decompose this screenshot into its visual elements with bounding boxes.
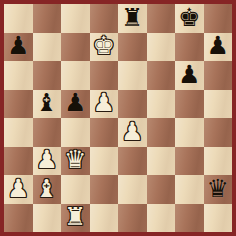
square-d8[interactable] (90, 4, 119, 33)
square-c6[interactable] (61, 61, 90, 90)
square-a2[interactable]: ♟ (4, 175, 33, 204)
square-g5[interactable] (175, 90, 204, 119)
square-a3[interactable] (4, 147, 33, 176)
square-b1[interactable] (33, 204, 62, 233)
black-pawn: ♟ (178, 62, 200, 87)
black-bishop: ♝ (36, 90, 58, 115)
square-d1[interactable] (90, 204, 119, 233)
black-queen: ♛ (207, 176, 229, 201)
square-c1[interactable]: ♜ (61, 204, 90, 233)
square-c3[interactable]: ♛ (61, 147, 90, 176)
square-d2[interactable] (90, 175, 119, 204)
white-king: ♚ (93, 33, 115, 58)
square-f3[interactable] (147, 147, 176, 176)
square-d3[interactable] (90, 147, 119, 176)
square-f4[interactable] (147, 118, 176, 147)
square-g8[interactable]: ♚ (175, 4, 204, 33)
square-g4[interactable] (175, 118, 204, 147)
square-h6[interactable] (204, 61, 233, 90)
white-pawn: ♟ (7, 176, 29, 201)
square-d5[interactable]: ♟ (90, 90, 119, 119)
square-f7[interactable] (147, 33, 176, 62)
square-a8[interactable] (4, 4, 33, 33)
square-g2[interactable] (175, 175, 204, 204)
square-a5[interactable] (4, 90, 33, 119)
black-pawn: ♟ (64, 90, 86, 115)
square-f5[interactable] (147, 90, 176, 119)
square-c4[interactable] (61, 118, 90, 147)
square-b8[interactable] (33, 4, 62, 33)
square-g7[interactable] (175, 33, 204, 62)
square-b3[interactable]: ♟ (33, 147, 62, 176)
square-g3[interactable] (175, 147, 204, 176)
square-b7[interactable] (33, 33, 62, 62)
square-b4[interactable] (33, 118, 62, 147)
square-g6[interactable]: ♟ (175, 61, 204, 90)
square-e4[interactable]: ♟ (118, 118, 147, 147)
black-pawn: ♟ (7, 33, 29, 58)
white-bishop: ♝ (36, 176, 58, 201)
square-d7[interactable]: ♚ (90, 33, 119, 62)
square-a7[interactable]: ♟ (4, 33, 33, 62)
white-pawn: ♟ (93, 90, 115, 115)
white-pawn: ♟ (121, 119, 143, 144)
square-h3[interactable] (204, 147, 233, 176)
square-g1[interactable] (175, 204, 204, 233)
square-b2[interactable]: ♝ (33, 175, 62, 204)
square-f8[interactable] (147, 4, 176, 33)
white-pawn: ♟ (36, 147, 58, 172)
black-pawn: ♟ (207, 33, 229, 58)
chessboard: ♜♚♟♚♟♟♝♟♟♟♟♛♟♝♛♜ (4, 4, 232, 232)
black-king: ♚ (178, 5, 200, 30)
square-e5[interactable] (118, 90, 147, 119)
square-c7[interactable] (61, 33, 90, 62)
black-rook: ♜ (121, 5, 143, 30)
square-e8[interactable]: ♜ (118, 4, 147, 33)
square-c5[interactable]: ♟ (61, 90, 90, 119)
square-e6[interactable] (118, 61, 147, 90)
square-f6[interactable] (147, 61, 176, 90)
square-h4[interactable] (204, 118, 233, 147)
square-a6[interactable] (4, 61, 33, 90)
board-frame: ♜♚♟♚♟♟♝♟♟♟♟♛♟♝♛♜ (0, 0, 236, 236)
square-d4[interactable] (90, 118, 119, 147)
square-e1[interactable] (118, 204, 147, 233)
square-a4[interactable] (4, 118, 33, 147)
square-h1[interactable] (204, 204, 233, 233)
white-queen: ♛ (64, 147, 86, 172)
square-c2[interactable] (61, 175, 90, 204)
square-c8[interactable] (61, 4, 90, 33)
square-b5[interactable]: ♝ (33, 90, 62, 119)
square-h5[interactable] (204, 90, 233, 119)
square-h8[interactable] (204, 4, 233, 33)
square-h2[interactable]: ♛ (204, 175, 233, 204)
square-e2[interactable] (118, 175, 147, 204)
square-e3[interactable] (118, 147, 147, 176)
square-h7[interactable]: ♟ (204, 33, 233, 62)
square-d6[interactable] (90, 61, 119, 90)
square-b6[interactable] (33, 61, 62, 90)
square-e7[interactable] (118, 33, 147, 62)
square-f1[interactable] (147, 204, 176, 233)
white-rook: ♜ (64, 204, 86, 229)
square-a1[interactable] (4, 204, 33, 233)
square-f2[interactable] (147, 175, 176, 204)
